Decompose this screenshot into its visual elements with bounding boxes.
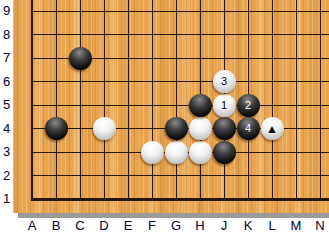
triangle-mark-icon: ▲ <box>266 123 278 135</box>
col-label-C: C <box>71 218 89 234</box>
row-label-2: 2 <box>0 168 13 184</box>
col-label-L: L <box>263 218 281 234</box>
stone-white-g3[interactable] <box>165 141 188 164</box>
row-label-6: 6 <box>0 74 13 90</box>
grid-line-col-M <box>296 0 297 200</box>
row-label-7: 7 <box>0 50 13 66</box>
col-label-H: H <box>191 218 209 234</box>
grid-line-col-A <box>31 0 33 200</box>
grid-line-col-L <box>272 0 273 200</box>
row-label-1: 1 <box>0 191 13 207</box>
col-label-A: A <box>23 218 41 234</box>
row-label-9: 9 <box>0 3 13 19</box>
stone-white-h4[interactable] <box>189 117 212 140</box>
grid-line-row-1 <box>31 198 329 201</box>
grid-line-col-F <box>152 0 153 200</box>
grid-line-row-6 <box>31 81 329 82</box>
col-label-M: M <box>287 218 305 234</box>
col-label-J: J <box>215 218 233 234</box>
col-label-D: D <box>95 218 113 234</box>
col-label-E: E <box>119 218 137 234</box>
row-label-4: 4 <box>0 121 13 137</box>
move-number-label: 4 <box>245 123 251 134</box>
grid-line-col-D <box>104 0 105 200</box>
stone-white-h3[interactable] <box>189 141 212 164</box>
grid-line-row-8 <box>31 34 329 35</box>
stone-black-k4[interactable]: 4 <box>237 117 260 140</box>
stone-black-j3[interactable] <box>213 141 236 164</box>
stone-black-j4[interactable] <box>213 117 236 140</box>
row-label-8: 8 <box>0 27 13 43</box>
grid-line-col-N <box>320 0 321 200</box>
go-board[interactable]: 1234▲ <box>13 0 329 213</box>
col-label-K: K <box>239 218 257 234</box>
move-number-label: 2 <box>245 100 251 111</box>
grid-line-row-5 <box>31 105 329 106</box>
grid-line-col-C <box>80 0 81 200</box>
col-label-N: N <box>311 218 329 234</box>
stone-black-k5[interactable]: 2 <box>237 94 260 117</box>
stone-black-c7[interactable] <box>69 47 92 70</box>
stone-white-f3[interactable] <box>141 141 164 164</box>
go-diagram: 1234▲ ABCDEFGHJKLMN987654321 <box>0 0 329 236</box>
grid-line-col-G <box>176 0 177 200</box>
col-label-F: F <box>143 218 161 234</box>
move-number-label: 1 <box>221 100 227 111</box>
col-label-G: G <box>167 218 185 234</box>
grid-line-col-B <box>56 0 57 200</box>
grid-line-row-9 <box>31 11 329 12</box>
stone-white-j6[interactable]: 3 <box>213 70 236 93</box>
stone-white-l4[interactable]: ▲ <box>261 117 284 140</box>
stone-white-j5[interactable]: 1 <box>213 94 236 117</box>
row-label-3: 3 <box>0 144 13 160</box>
stone-black-g4[interactable] <box>165 117 188 140</box>
move-number-label: 3 <box>221 76 227 87</box>
stone-white-d4[interactable] <box>93 117 116 140</box>
row-label-5: 5 <box>0 97 13 113</box>
stone-black-b4[interactable] <box>45 117 68 140</box>
col-label-B: B <box>47 218 65 234</box>
grid-line-row-2 <box>31 175 329 176</box>
stone-black-h5[interactable] <box>189 94 212 117</box>
grid-line-col-E <box>128 0 129 200</box>
